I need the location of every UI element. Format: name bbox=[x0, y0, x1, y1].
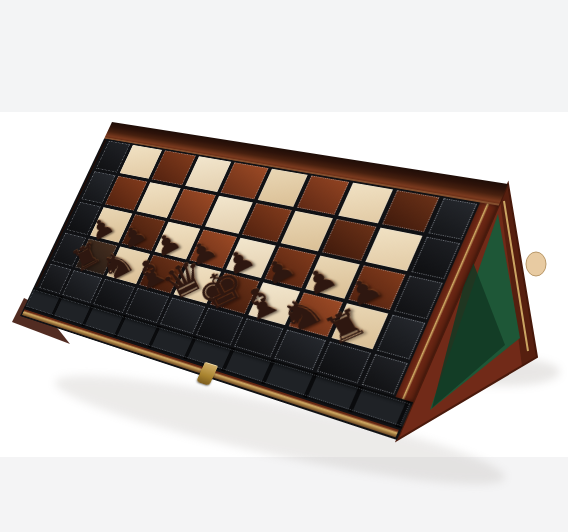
hinge-peg bbox=[526, 252, 546, 276]
